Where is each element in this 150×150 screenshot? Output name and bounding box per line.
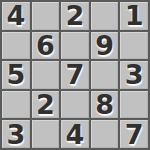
cell-digit: 4: [6, 2, 25, 29]
cell-digit: 6: [36, 32, 55, 59]
cell-digit: 5: [6, 61, 25, 88]
sudoku-cell-r4c2[interactable]: 2: [32, 91, 60, 119]
sudoku-cell-r1c3[interactable]: 2: [61, 2, 89, 30]
cell-digit: 8: [95, 91, 114, 118]
sudoku-cell-r4c1[interactable]: [2, 91, 30, 119]
sudoku-cell-r4c5[interactable]: [120, 91, 148, 119]
sudoku-cell-r3c4[interactable]: [91, 61, 119, 89]
sudoku-board: 4216957328347: [0, 0, 150, 150]
sudoku-cell-r1c2[interactable]: [32, 2, 60, 30]
sudoku-cell-r1c4[interactable]: [91, 2, 119, 30]
cell-digit: 7: [66, 61, 85, 88]
cell-digit: 7: [125, 121, 144, 148]
sudoku-cell-r5c4[interactable]: [91, 120, 119, 148]
sudoku-cell-r2c5[interactable]: [120, 32, 148, 60]
sudoku-cell-r2c2[interactable]: 6: [32, 32, 60, 60]
cell-digit: 4: [66, 121, 85, 148]
cell-digit: 2: [66, 2, 85, 29]
sudoku-cell-r4c4[interactable]: 8: [91, 91, 119, 119]
sudoku-cell-r1c5[interactable]: 1: [120, 2, 148, 30]
sudoku-cell-r2c4[interactable]: 9: [91, 32, 119, 60]
cell-digit: 9: [95, 32, 114, 59]
sudoku-cell-r3c2[interactable]: [32, 61, 60, 89]
sudoku-cell-r3c5[interactable]: 3: [120, 61, 148, 89]
sudoku-cell-r5c1[interactable]: 3: [2, 120, 30, 148]
sudoku-cell-r5c5[interactable]: 7: [120, 120, 148, 148]
sudoku-cell-r3c1[interactable]: 5: [2, 61, 30, 89]
sudoku-cell-r5c3[interactable]: 4: [61, 120, 89, 148]
cell-digit: 3: [125, 61, 144, 88]
cell-digit: 2: [36, 91, 55, 118]
sudoku-cell-r3c3[interactable]: 7: [61, 61, 89, 89]
sudoku-cell-r2c1[interactable]: [2, 32, 30, 60]
sudoku-cell-r4c3[interactable]: [61, 91, 89, 119]
sudoku-cell-r2c3[interactable]: [61, 32, 89, 60]
cell-digit: 3: [6, 121, 25, 148]
cell-digit: 1: [125, 2, 144, 29]
sudoku-cell-r5c2[interactable]: [32, 120, 60, 148]
sudoku-cell-r1c1[interactable]: 4: [2, 2, 30, 30]
